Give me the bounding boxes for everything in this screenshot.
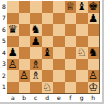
square-g4[interactable]: ♘ — [76, 47, 88, 59]
square-e3[interactable] — [53, 59, 65, 71]
square-e5[interactable] — [53, 36, 65, 48]
square-c1[interactable] — [30, 82, 42, 94]
file-labels-row: abcdefgh — [1, 94, 102, 102]
square-f7[interactable] — [65, 13, 77, 25]
file-label-a: a — [7, 94, 19, 102]
piece-bN-c6: ♞ — [31, 24, 41, 35]
square-f2[interactable] — [65, 70, 77, 82]
square-b8[interactable] — [19, 1, 31, 13]
square-a3[interactable]: ♙ — [7, 59, 19, 71]
square-g6[interactable] — [76, 24, 88, 36]
piece-wQ-f8: ♕ — [65, 1, 75, 12]
square-b1[interactable] — [19, 82, 31, 94]
square-f6[interactable] — [65, 24, 77, 36]
square-c4[interactable] — [30, 47, 42, 59]
piece-bP-a4: ♟ — [8, 47, 18, 58]
piece-bK-h8: ♚ — [88, 1, 98, 12]
square-f1[interactable] — [65, 82, 77, 94]
piece-bQ-a6: ♛ — [8, 24, 18, 35]
square-h5[interactable] — [88, 36, 100, 48]
square-h4[interactable]: ♞ — [88, 47, 100, 59]
square-c8[interactable] — [30, 1, 42, 13]
square-a8[interactable] — [7, 1, 19, 13]
square-c2[interactable]: ♗ — [30, 70, 42, 82]
square-e7[interactable] — [53, 13, 65, 25]
square-d6[interactable] — [42, 24, 54, 36]
file-label-d: d — [42, 94, 54, 102]
square-c5[interactable]: ♟ — [30, 36, 42, 48]
piece-wP-b2: ♙ — [19, 70, 29, 81]
square-h6[interactable] — [88, 24, 100, 36]
square-b4[interactable] — [19, 47, 31, 59]
square-e8[interactable] — [53, 1, 65, 13]
square-a4[interactable]: ♟ — [7, 47, 19, 59]
square-d4[interactable]: ♝ — [42, 47, 54, 59]
square-a6[interactable]: ♛ — [7, 24, 19, 36]
piece-bB-g8: ♝ — [77, 1, 87, 12]
square-g1[interactable] — [76, 82, 88, 94]
square-e6[interactable] — [53, 24, 65, 36]
piece-bN-h4: ♞ — [88, 47, 98, 58]
square-a2[interactable] — [7, 70, 19, 82]
file-label-c: c — [30, 94, 42, 102]
file-label-f: f — [65, 94, 77, 102]
piece-wN-g4: ♘ — [77, 47, 87, 58]
piece-wP-h2: ♙ — [88, 70, 98, 81]
square-c3[interactable]: ♗ — [30, 59, 42, 71]
file-label-e: e — [53, 94, 65, 102]
square-e2[interactable] — [53, 70, 65, 82]
piece-wK-h1: ♔ — [88, 81, 98, 92]
square-f4[interactable] — [65, 47, 77, 59]
square-b3[interactable] — [19, 59, 31, 71]
board-row: 87654321 ♕♝♚♟♛♞♟♟♝♘♞♙♗♙♗♙♘♔ — [1, 1, 102, 94]
square-h1[interactable]: ♔ — [88, 82, 100, 94]
file-label-g: g — [76, 94, 88, 102]
square-f8[interactable]: ♕ — [65, 1, 77, 13]
square-g3[interactable] — [76, 59, 88, 71]
square-d5[interactable] — [42, 36, 54, 48]
square-b7[interactable] — [19, 13, 31, 25]
square-g2[interactable] — [76, 70, 88, 82]
square-c7[interactable] — [30, 13, 42, 25]
square-h8[interactable]: ♚ — [88, 1, 100, 13]
square-a5[interactable] — [7, 36, 19, 48]
square-d2[interactable] — [42, 70, 54, 82]
piece-wB-c3: ♗ — [31, 58, 41, 69]
file-labels: abcdefgh — [7, 94, 99, 102]
file-label-h: h — [88, 94, 100, 102]
piece-wP-a3: ♙ — [8, 58, 18, 69]
piece-bP-c5: ♟ — [31, 35, 41, 46]
square-d8[interactable] — [42, 1, 54, 13]
square-h7[interactable]: ♟ — [88, 13, 100, 25]
square-g7[interactable] — [76, 13, 88, 25]
piece-bB-d4: ♝ — [42, 47, 52, 58]
chess-board: ♕♝♚♟♛♞♟♟♝♘♞♙♗♙♗♙♘♔ — [7, 1, 100, 94]
square-h2[interactable]: ♙ — [88, 70, 100, 82]
piece-wB-c2: ♗ — [31, 70, 41, 81]
square-f3[interactable] — [65, 59, 77, 71]
square-g5[interactable] — [76, 36, 88, 48]
square-a7[interactable] — [7, 13, 19, 25]
piece-bP-h7: ♟ — [88, 12, 98, 23]
square-h3[interactable] — [88, 59, 100, 71]
square-e4[interactable] — [53, 47, 65, 59]
square-b5[interactable] — [19, 36, 31, 48]
square-e1[interactable] — [53, 82, 65, 94]
piece-wN-d1: ♘ — [42, 81, 52, 92]
square-b2[interactable]: ♙ — [19, 70, 31, 82]
square-d3[interactable] — [42, 59, 54, 71]
chess-diagram-frame: 87654321 ♕♝♚♟♛♞♟♟♝♘♞♙♗♙♗♙♘♔ abcdefgh — [0, 0, 104, 104]
file-label-b: b — [19, 94, 31, 102]
square-f5[interactable] — [65, 36, 77, 48]
square-d7[interactable] — [42, 13, 54, 25]
square-a1[interactable] — [7, 82, 19, 94]
square-d1[interactable]: ♘ — [42, 82, 54, 94]
square-b6[interactable] — [19, 24, 31, 36]
square-g8[interactable]: ♝ — [76, 1, 88, 13]
square-c6[interactable]: ♞ — [30, 24, 42, 36]
